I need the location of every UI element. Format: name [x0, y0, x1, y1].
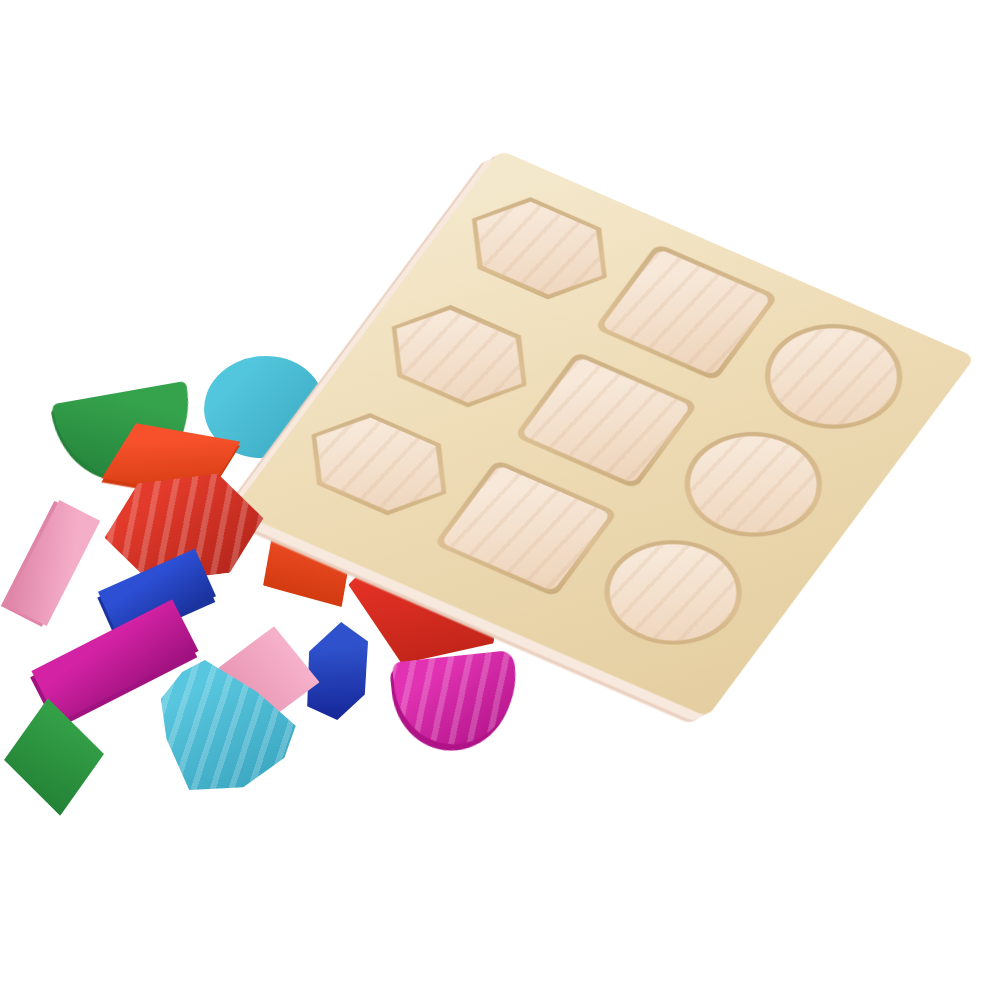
recess-square-row1-floor: [601, 249, 771, 376]
piece-green-rhombus[interactable]: [0, 693, 110, 821]
recess-square-row3[interactable]: [433, 459, 618, 597]
piece-blue-cube[interactable]: [304, 622, 368, 720]
piece-magenta-fan[interactable]: [392, 650, 523, 750]
recess-hexagon-row3[interactable]: [285, 399, 473, 530]
recess-circle-row3[interactable]: [579, 521, 766, 664]
recess-square-row1[interactable]: [594, 243, 779, 381]
recess-hexagon-row3-floor: [292, 404, 466, 523]
puzzle-product-photo: [0, 0, 1000, 1000]
recess-square-row3-floor: [441, 465, 611, 592]
recess-hexagon-row1[interactable]: [445, 183, 633, 314]
recess-circle-row3-floor: [587, 526, 759, 658]
recess-square-row2-floor: [521, 357, 691, 484]
recess-circle-row1-floor: [747, 310, 919, 442]
recess-hexagon-row2-floor: [372, 296, 546, 415]
recess-hexagon-row2[interactable]: [365, 291, 553, 422]
recess-hexagon-row1-floor: [453, 188, 627, 307]
recess-square-row2[interactable]: [514, 351, 699, 489]
piece-pink-rectangle[interactable]: [6, 500, 101, 626]
recess-circle-row2-floor: [667, 418, 839, 550]
recess-circle-row1[interactable]: [740, 305, 927, 448]
recess-circle-row2[interactable]: [659, 413, 846, 556]
